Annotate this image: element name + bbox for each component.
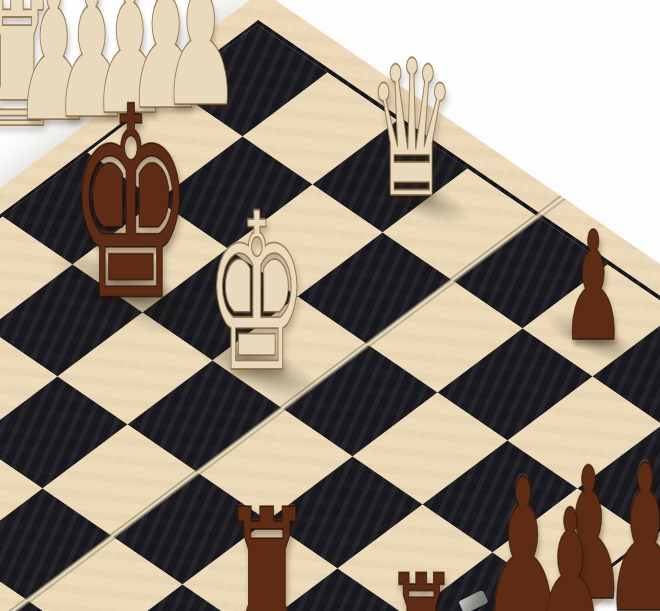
black-pawn-f1[interactable]: ♟ (529, 232, 657, 360)
white-queen-glyph: ♛ (368, 36, 457, 225)
white-queen-c1[interactable]: ♛ (332, 61, 492, 221)
offboard-dark-pawn-b[interactable]: ♟ (496, 510, 644, 611)
black-rook-f5[interactable]: ♜ (185, 510, 350, 611)
photo-stage: ♜♟♟♟♟♟♛♚♚♟♜♜♟♟♟♟ (0, 0, 660, 611)
black-king-glyph: ♚ (68, 72, 193, 338)
black-king-b3[interactable]: ♚ (19, 108, 244, 333)
black-pawn-glyph: ♟ (534, 487, 607, 611)
black-pawn-glyph: ♟ (561, 212, 624, 363)
black-rook-glyph: ♜ (221, 484, 313, 611)
